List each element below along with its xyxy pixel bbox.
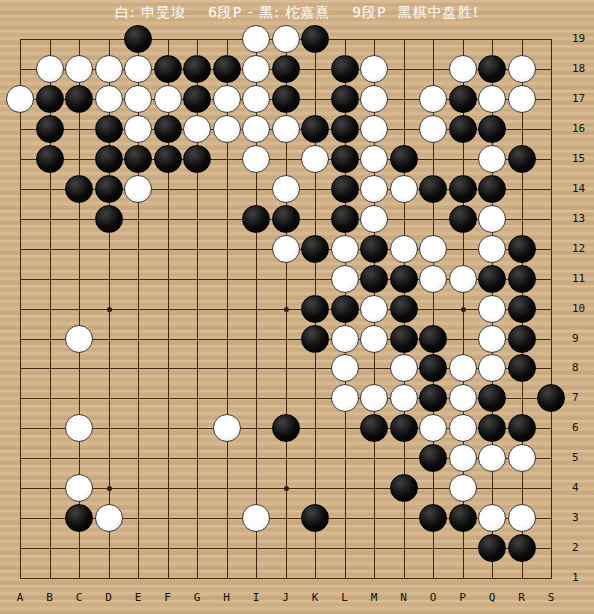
- row-label-14: 14: [572, 183, 594, 195]
- stone-r17: [508, 85, 536, 113]
- stone-l14: [331, 175, 359, 203]
- stone-p13: [449, 205, 477, 233]
- star-point: [107, 486, 112, 491]
- game-info-title: 白: 申旻埈 6段P - 黑: 柁嘉熹 9段P 黑棋中盘胜!: [0, 4, 594, 21]
- stone-d16: [95, 115, 123, 143]
- stone-q7: [478, 384, 506, 412]
- stone-b18: [36, 55, 64, 83]
- stone-g15: [183, 145, 211, 173]
- stone-r3: [508, 504, 536, 532]
- stone-q2: [478, 534, 506, 562]
- stone-q14: [478, 175, 506, 203]
- star-point: [284, 486, 289, 491]
- stone-j13: [272, 205, 300, 233]
- stone-r8: [508, 354, 536, 382]
- stone-o9: [419, 325, 447, 353]
- row-label-15: 15: [572, 153, 594, 165]
- column-label-b: B: [40, 592, 60, 604]
- row-label-2: 2: [572, 542, 594, 554]
- stone-i19: [242, 25, 270, 53]
- stone-c6: [65, 414, 93, 442]
- stone-r6: [508, 414, 536, 442]
- stone-h18: [213, 55, 241, 83]
- stone-l11: [331, 265, 359, 293]
- stone-h6: [213, 414, 241, 442]
- stone-n9: [390, 325, 418, 353]
- column-label-e: E: [128, 592, 148, 604]
- stone-m16: [360, 115, 388, 143]
- stone-e19: [124, 25, 152, 53]
- stone-n12: [390, 235, 418, 263]
- stone-p14: [449, 175, 477, 203]
- stone-r15: [508, 145, 536, 173]
- stone-k9: [301, 325, 329, 353]
- stone-r5: [508, 444, 536, 472]
- grid-line-horizontal: [20, 578, 552, 579]
- stone-c3: [65, 504, 93, 532]
- stone-n14: [390, 175, 418, 203]
- stone-c9: [65, 325, 93, 353]
- stone-p16: [449, 115, 477, 143]
- stone-q17: [478, 85, 506, 113]
- grid-line-horizontal: [20, 339, 552, 340]
- stone-c4: [65, 474, 93, 502]
- stone-o17: [419, 85, 447, 113]
- row-label-10: 10: [572, 303, 594, 315]
- stone-m13: [360, 205, 388, 233]
- stone-c17: [65, 85, 93, 113]
- stone-q13: [478, 205, 506, 233]
- stone-q11: [478, 265, 506, 293]
- stone-f18: [154, 55, 182, 83]
- column-label-o: O: [423, 592, 443, 604]
- column-label-m: M: [364, 592, 384, 604]
- row-label-19: 19: [572, 33, 594, 45]
- stone-m7: [360, 384, 388, 412]
- row-label-3: 3: [572, 512, 594, 524]
- stone-o11: [419, 265, 447, 293]
- row-label-7: 7: [572, 392, 594, 404]
- stone-g18: [183, 55, 211, 83]
- stone-p11: [449, 265, 477, 293]
- stone-p3: [449, 504, 477, 532]
- row-label-18: 18: [572, 63, 594, 75]
- stone-q18: [478, 55, 506, 83]
- stone-d14: [95, 175, 123, 203]
- stone-l10: [331, 295, 359, 323]
- stone-i3: [242, 504, 270, 532]
- stone-j16: [272, 115, 300, 143]
- stone-o6: [419, 414, 447, 442]
- stone-f16: [154, 115, 182, 143]
- stone-q15: [478, 145, 506, 173]
- stone-q10: [478, 295, 506, 323]
- stone-m14: [360, 175, 388, 203]
- stone-m9: [360, 325, 388, 353]
- stone-e14: [124, 175, 152, 203]
- stone-q3: [478, 504, 506, 532]
- row-label-17: 17: [572, 93, 594, 105]
- stone-p6: [449, 414, 477, 442]
- stone-i17: [242, 85, 270, 113]
- stone-m18: [360, 55, 388, 83]
- stone-o7: [419, 384, 447, 412]
- stone-k19: [301, 25, 329, 53]
- stone-p8: [449, 354, 477, 382]
- stone-s7: [537, 384, 565, 412]
- stone-e17: [124, 85, 152, 113]
- column-label-r: R: [512, 592, 532, 604]
- column-label-i: I: [246, 592, 266, 604]
- stone-b15: [36, 145, 64, 173]
- column-label-d: D: [99, 592, 119, 604]
- stone-r12: [508, 235, 536, 263]
- stone-o3: [419, 504, 447, 532]
- star-point: [107, 307, 112, 312]
- stone-n4: [390, 474, 418, 502]
- stone-a17: [6, 85, 34, 113]
- stone-r10: [508, 295, 536, 323]
- stone-p7: [449, 384, 477, 412]
- stone-p5: [449, 444, 477, 472]
- stone-d17: [95, 85, 123, 113]
- row-label-9: 9: [572, 333, 594, 345]
- stone-d3: [95, 504, 123, 532]
- column-label-k: K: [305, 592, 325, 604]
- column-label-j: J: [276, 592, 296, 604]
- stone-c18: [65, 55, 93, 83]
- stone-l15: [331, 145, 359, 173]
- stone-j14: [272, 175, 300, 203]
- stone-m15: [360, 145, 388, 173]
- stone-l17: [331, 85, 359, 113]
- stone-p18: [449, 55, 477, 83]
- stone-m6: [360, 414, 388, 442]
- stone-k10: [301, 295, 329, 323]
- stone-d15: [95, 145, 123, 173]
- stone-n8: [390, 354, 418, 382]
- grid-line-vertical: [551, 39, 552, 579]
- stone-r11: [508, 265, 536, 293]
- stone-o12: [419, 235, 447, 263]
- stone-m12: [360, 235, 388, 263]
- grid-line-horizontal: [20, 548, 552, 549]
- stone-m10: [360, 295, 388, 323]
- stone-p4: [449, 474, 477, 502]
- stone-l13: [331, 205, 359, 233]
- stone-r9: [508, 325, 536, 353]
- column-label-g: G: [187, 592, 207, 604]
- stone-j12: [272, 235, 300, 263]
- row-label-13: 13: [572, 213, 594, 225]
- stone-l16: [331, 115, 359, 143]
- column-label-q: Q: [482, 592, 502, 604]
- stone-j17: [272, 85, 300, 113]
- stone-n7: [390, 384, 418, 412]
- column-label-p: P: [453, 592, 473, 604]
- stone-j19: [272, 25, 300, 53]
- column-label-a: A: [10, 592, 30, 604]
- row-label-4: 4: [572, 482, 594, 494]
- stone-o16: [419, 115, 447, 143]
- stone-g17: [183, 85, 211, 113]
- stone-e15: [124, 145, 152, 173]
- stone-n6: [390, 414, 418, 442]
- stone-b16: [36, 115, 64, 143]
- stone-j18: [272, 55, 300, 83]
- row-label-1: 1: [572, 572, 594, 584]
- stone-m17: [360, 85, 388, 113]
- column-label-s: S: [541, 592, 561, 604]
- stone-l8: [331, 354, 359, 382]
- stone-o14: [419, 175, 447, 203]
- stone-d18: [95, 55, 123, 83]
- stone-r2: [508, 534, 536, 562]
- star-point: [461, 307, 466, 312]
- column-label-f: F: [158, 592, 178, 604]
- stone-o8: [419, 354, 447, 382]
- stone-i18: [242, 55, 270, 83]
- stone-l12: [331, 235, 359, 263]
- stone-q16: [478, 115, 506, 143]
- stone-k12: [301, 235, 329, 263]
- stone-h16: [213, 115, 241, 143]
- row-label-8: 8: [572, 362, 594, 374]
- stone-l7: [331, 384, 359, 412]
- stone-n11: [390, 265, 418, 293]
- stone-f15: [154, 145, 182, 173]
- stone-q8: [478, 354, 506, 382]
- stone-b17: [36, 85, 64, 113]
- column-label-n: N: [394, 592, 414, 604]
- stone-d13: [95, 205, 123, 233]
- stone-k3: [301, 504, 329, 532]
- stone-j6: [272, 414, 300, 442]
- stone-q9: [478, 325, 506, 353]
- stone-e16: [124, 115, 152, 143]
- stone-p17: [449, 85, 477, 113]
- stone-n10: [390, 295, 418, 323]
- stone-r18: [508, 55, 536, 83]
- go-board[interactable]: ABCDEFGHIJKLMNOPQRS191817161514131211109…: [0, 0, 594, 614]
- column-label-h: H: [217, 592, 237, 604]
- stone-o5: [419, 444, 447, 472]
- stone-q5: [478, 444, 506, 472]
- stone-f17: [154, 85, 182, 113]
- stone-q12: [478, 235, 506, 263]
- stone-i15: [242, 145, 270, 173]
- stone-h17: [213, 85, 241, 113]
- stone-l9: [331, 325, 359, 353]
- stone-n15: [390, 145, 418, 173]
- row-label-5: 5: [572, 452, 594, 464]
- stone-i16: [242, 115, 270, 143]
- stone-i13: [242, 205, 270, 233]
- column-label-l: L: [335, 592, 355, 604]
- row-label-16: 16: [572, 123, 594, 135]
- stone-k15: [301, 145, 329, 173]
- column-label-c: C: [69, 592, 89, 604]
- stone-q6: [478, 414, 506, 442]
- row-label-12: 12: [572, 243, 594, 255]
- stone-k16: [301, 115, 329, 143]
- star-point: [284, 307, 289, 312]
- stone-l18: [331, 55, 359, 83]
- row-label-6: 6: [572, 422, 594, 434]
- stone-g16: [183, 115, 211, 143]
- stone-m11: [360, 265, 388, 293]
- stone-c14: [65, 175, 93, 203]
- stone-e18: [124, 55, 152, 83]
- row-label-11: 11: [572, 273, 594, 285]
